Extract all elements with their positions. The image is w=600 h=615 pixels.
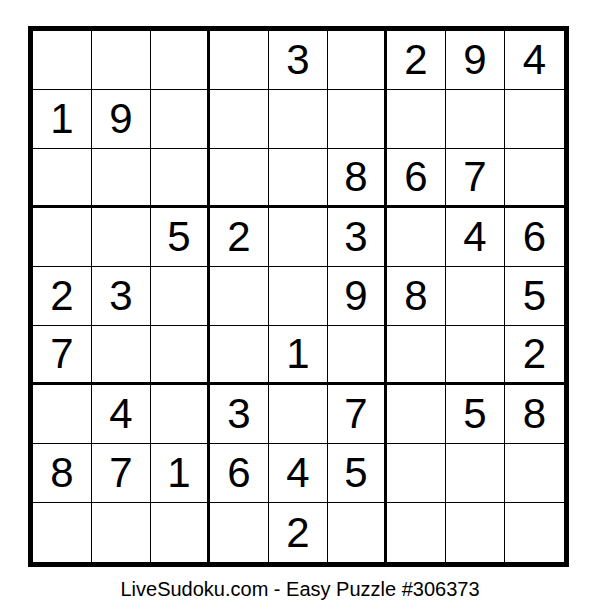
cell-r7c6[interactable]: 7 xyxy=(328,385,387,444)
cell-r2c4[interactable] xyxy=(210,90,269,149)
cell-r9c7[interactable] xyxy=(387,503,446,562)
cell-r4c1[interactable] xyxy=(33,208,92,267)
cell-r1c2[interactable] xyxy=(92,31,151,90)
cell-r8c6[interactable]: 5 xyxy=(328,444,387,503)
cell-r6c7[interactable] xyxy=(387,326,446,385)
cell-r1c1[interactable] xyxy=(33,31,92,90)
cell-r4c8[interactable]: 4 xyxy=(446,208,505,267)
cell-r1c6[interactable] xyxy=(328,31,387,90)
cell-r8c7[interactable] xyxy=(387,444,446,503)
cell-r7c9[interactable]: 8 xyxy=(505,385,564,444)
cell-r3c1[interactable] xyxy=(33,149,92,208)
cell-r9c3[interactable] xyxy=(151,503,210,562)
cell-r5c2[interactable]: 3 xyxy=(92,267,151,326)
cell-r1c9[interactable]: 4 xyxy=(505,31,564,90)
cell-r4c3[interactable]: 5 xyxy=(151,208,210,267)
cell-r3c6[interactable]: 8 xyxy=(328,149,387,208)
cell-r3c4[interactable] xyxy=(210,149,269,208)
cell-r5c3[interactable] xyxy=(151,267,210,326)
cell-r8c9[interactable] xyxy=(505,444,564,503)
cell-r6c4[interactable] xyxy=(210,326,269,385)
cell-r2c6[interactable] xyxy=(328,90,387,149)
cell-r4c6[interactable]: 3 xyxy=(328,208,387,267)
cell-r4c7[interactable] xyxy=(387,208,446,267)
cell-r2c5[interactable] xyxy=(269,90,328,149)
cell-r2c7[interactable] xyxy=(387,90,446,149)
cell-r3c8[interactable]: 7 xyxy=(446,149,505,208)
cell-r4c9[interactable]: 6 xyxy=(505,208,564,267)
cell-r5c6[interactable]: 9 xyxy=(328,267,387,326)
cell-r3c7[interactable]: 6 xyxy=(387,149,446,208)
cell-r9c4[interactable] xyxy=(210,503,269,562)
cell-r8c8[interactable] xyxy=(446,444,505,503)
cell-r9c1[interactable] xyxy=(33,503,92,562)
cell-r3c2[interactable] xyxy=(92,149,151,208)
cell-r9c9[interactable] xyxy=(505,503,564,562)
sudoku-board: 3294198675234623985712437588716452 xyxy=(28,26,569,567)
cell-r5c7[interactable]: 8 xyxy=(387,267,446,326)
cell-r6c5[interactable]: 1 xyxy=(269,326,328,385)
cell-r3c3[interactable] xyxy=(151,149,210,208)
cell-r4c2[interactable] xyxy=(92,208,151,267)
cell-r3c9[interactable] xyxy=(505,149,564,208)
cell-r2c3[interactable] xyxy=(151,90,210,149)
cell-r8c5[interactable]: 4 xyxy=(269,444,328,503)
cell-r9c6[interactable] xyxy=(328,503,387,562)
cell-r9c2[interactable] xyxy=(92,503,151,562)
cell-r7c5[interactable] xyxy=(269,385,328,444)
cell-r7c8[interactable]: 5 xyxy=(446,385,505,444)
cell-r8c3[interactable]: 1 xyxy=(151,444,210,503)
cell-r5c8[interactable] xyxy=(446,267,505,326)
puzzle-caption: LiveSudoku.com - Easy Puzzle #306373 xyxy=(0,578,600,601)
cell-r2c2[interactable]: 9 xyxy=(92,90,151,149)
cell-r8c4[interactable]: 6 xyxy=(210,444,269,503)
cell-r1c3[interactable] xyxy=(151,31,210,90)
cell-r6c3[interactable] xyxy=(151,326,210,385)
cell-r2c8[interactable] xyxy=(446,90,505,149)
cell-r8c2[interactable]: 7 xyxy=(92,444,151,503)
cell-r7c7[interactable] xyxy=(387,385,446,444)
cell-r5c9[interactable]: 5 xyxy=(505,267,564,326)
cell-r7c1[interactable] xyxy=(33,385,92,444)
cell-r2c9[interactable] xyxy=(505,90,564,149)
cell-r6c2[interactable] xyxy=(92,326,151,385)
cell-r9c8[interactable] xyxy=(446,503,505,562)
cell-r8c1[interactable]: 8 xyxy=(33,444,92,503)
cell-r7c3[interactable] xyxy=(151,385,210,444)
cell-r4c4[interactable]: 2 xyxy=(210,208,269,267)
cell-r5c5[interactable] xyxy=(269,267,328,326)
cell-r1c7[interactable]: 2 xyxy=(387,31,446,90)
cell-r6c1[interactable]: 7 xyxy=(33,326,92,385)
puzzle-page: © LiveSudoku.com 32941986752346239857124… xyxy=(0,0,600,615)
cell-r2c1[interactable]: 1 xyxy=(33,90,92,149)
cell-r6c9[interactable]: 2 xyxy=(505,326,564,385)
cell-r9c5[interactable]: 2 xyxy=(269,503,328,562)
cell-r7c2[interactable]: 4 xyxy=(92,385,151,444)
cell-r6c8[interactable] xyxy=(446,326,505,385)
cell-r3c5[interactable] xyxy=(269,149,328,208)
cell-r1c8[interactable]: 9 xyxy=(446,31,505,90)
cell-r7c4[interactable]: 3 xyxy=(210,385,269,444)
cell-r1c4[interactable] xyxy=(210,31,269,90)
cell-r4c5[interactable] xyxy=(269,208,328,267)
cell-r5c1[interactable]: 2 xyxy=(33,267,92,326)
cell-r6c6[interactable] xyxy=(328,326,387,385)
cell-r1c5[interactable]: 3 xyxy=(269,31,328,90)
cell-r5c4[interactable] xyxy=(210,267,269,326)
